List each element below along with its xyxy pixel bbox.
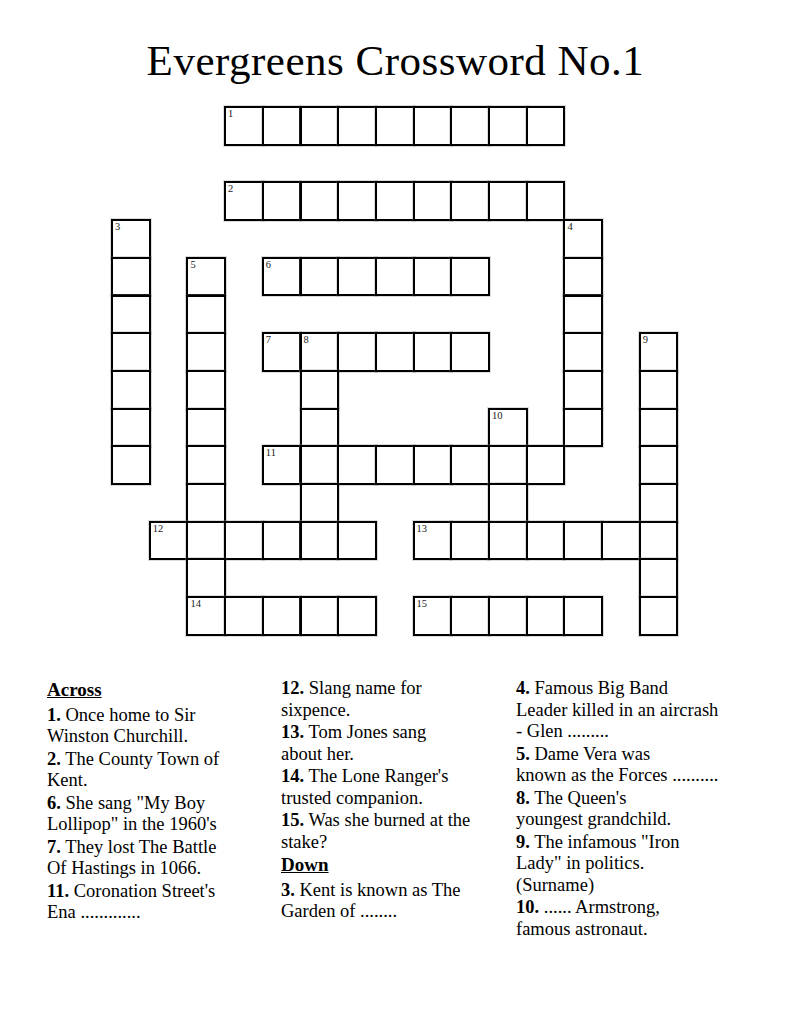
clues-column-3: 4. Famous Big BandLeader killed in an ai… [516,678,778,941]
grid-cell-r11c11[interactable] [526,521,566,561]
grid-cell-r0c9[interactable] [450,106,490,146]
clue-number-label: 1. [47,705,61,725]
grid-cell-r4c8[interactable] [413,257,453,297]
grid-cell-r11c8[interactable]: 13 [413,521,453,561]
grid-cell-r4c2[interactable]: 5 [186,257,226,297]
grid-cell-r2c5[interactable] [300,181,340,221]
grid-cell-r6c7[interactable] [375,332,415,372]
grid-cell-r4c7[interactable] [375,257,415,297]
cell-number-13: 13 [417,523,428,535]
grid-cell-r0c10[interactable] [488,106,528,146]
cell-number-1: 1 [228,108,233,120]
clue-5: 5. Dame Vera wasknown as the Forces ....… [516,744,778,787]
grid-cell-r13c9[interactable] [450,596,490,636]
grid-cell-r2c3[interactable]: 2 [224,181,264,221]
grid-cell-r6c12[interactable] [563,332,603,372]
grid-cell-r12c14[interactable] [639,558,679,598]
grid-cell-r0c4[interactable] [262,106,302,146]
grid-cell-r6c4[interactable]: 7 [262,332,302,372]
grid-cell-r7c12[interactable] [563,370,603,410]
cell-number-9: 9 [643,334,648,346]
grid-cell-r5c12[interactable] [563,295,603,335]
grid-cell-r13c5[interactable] [300,596,340,636]
grid-cell-r13c4[interactable] [262,596,302,636]
grid-cell-r0c11[interactable] [526,106,566,146]
grid-cell-r6c6[interactable] [337,332,377,372]
grid-cell-r8c0[interactable] [111,408,151,448]
clue-2: 2. The County Town ofKent. [47,749,279,792]
grid-cell-r13c12[interactable] [563,596,603,636]
grid-cell-r3c12[interactable]: 4 [563,219,603,259]
clue-11: 11. Coronation Street'sEna ............. [47,881,279,924]
clue-15: 15. Was she burned at thestake? [281,810,515,853]
clue-number-label: 5. [516,744,530,764]
grid-cell-r11c12[interactable] [563,521,603,561]
clue-14: 14. The Lone Ranger'strusted companion. [281,766,515,809]
cell-number-10: 10 [492,410,503,422]
grid-cell-r9c0[interactable] [111,445,151,485]
grid-cell-r8c14[interactable] [639,408,679,448]
grid-cell-r12c2[interactable] [186,558,226,598]
grid-cell-r10c14[interactable] [639,483,679,523]
grid-cell-r6c5[interactable]: 8 [300,332,340,372]
clue-number-label: 3. [281,880,295,900]
grid-cell-r0c8[interactable] [413,106,453,146]
grid-cell-r11c6[interactable] [337,521,377,561]
grid-cell-r10c5[interactable] [300,483,340,523]
grid-cell-r11c10[interactable] [488,521,528,561]
clue-number-label: 7. [47,837,61,857]
clue-6: 6. She sang "My BoyLollipop" in the 1960… [47,793,279,836]
grid-cell-r4c5[interactable] [300,257,340,297]
cell-number-4: 4 [567,221,572,233]
clue-9: 9. The infamous "IronLady" in politics.(… [516,832,778,897]
cell-number-3: 3 [115,221,120,233]
grid-cell-r0c3[interactable]: 1 [224,106,264,146]
grid-cell-r6c8[interactable] [413,332,453,372]
clue-number-label: 8. [516,788,530,808]
grid-cell-r0c7[interactable] [375,106,415,146]
clue-1: 1. Once home to SirWinston Churchill. [47,705,279,748]
grid-cell-r2c10[interactable] [488,181,528,221]
clue-10: 10. ...... Armstrong,famous astronaut. [516,897,778,940]
grid-cell-r10c10[interactable] [488,483,528,523]
grid-cell-r7c0[interactable] [111,370,151,410]
grid-cell-r2c8[interactable] [413,181,453,221]
grid-cell-r7c2[interactable] [186,370,226,410]
grid-cell-r9c8[interactable] [413,445,453,485]
grid-cell-r9c2[interactable] [186,445,226,485]
grid-cell-r9c5[interactable] [300,445,340,485]
grid-cell-r13c14[interactable] [639,596,679,636]
page: { "title": "Evergreens Crossword No.1", … [0,0,791,1024]
grid-cell-r11c14[interactable] [639,521,679,561]
grid-cell-r9c4[interactable]: 11 [262,445,302,485]
grid-cell-r8c10[interactable]: 10 [488,408,528,448]
grid-cell-r3c0[interactable]: 3 [111,219,151,259]
grid-cell-r13c3[interactable] [224,596,264,636]
clue-number-label: 9. [516,832,530,852]
grid-cell-r8c12[interactable] [563,408,603,448]
grid-cell-r5c0[interactable] [111,295,151,335]
grid-cell-r2c7[interactable] [375,181,415,221]
clues-column-2: 12. Slang name forsixpence.13. Tom Jones… [281,678,515,924]
grid-cell-r8c2[interactable] [186,408,226,448]
grid-cell-r10c2[interactable] [186,483,226,523]
clue-number-label: 14. [281,766,304,786]
grid-cell-r4c9[interactable] [450,257,490,297]
grid-cell-r9c10[interactable] [488,445,528,485]
grid-cell-r11c4[interactable] [262,521,302,561]
cell-number-14: 14 [190,598,201,610]
grid-cell-r13c11[interactable] [526,596,566,636]
clue-number-label: 2. [47,749,61,769]
grid-cell-r2c11[interactable] [526,181,566,221]
clue-number-label: 6. [47,793,61,813]
clue-13: 13. Tom Jones sangabout her. [281,722,515,765]
clue-8: 8. The Queen'syoungest grandchild. [516,788,778,831]
clue-number-label: 11. [47,881,69,901]
grid-cell-r4c0[interactable] [111,257,151,297]
grid-cell-r4c4[interactable]: 6 [262,257,302,297]
cell-number-12: 12 [153,523,164,535]
cell-number-6: 6 [266,259,271,271]
clue-4: 4. Famous Big BandLeader killed in an ai… [516,678,778,743]
grid-cell-r6c9[interactable] [450,332,490,372]
clue-12: 12. Slang name forsixpence. [281,678,515,721]
down-header: Down [281,854,515,876]
cell-number-5: 5 [190,259,195,271]
cell-number-11: 11 [266,447,276,459]
grid-cell-r9c14[interactable] [639,445,679,485]
grid-cell-r4c6[interactable] [337,257,377,297]
clue-number-label: 10. [516,897,539,917]
grid-cell-r7c14[interactable] [639,370,679,410]
grid-cell-r4c12[interactable] [563,257,603,297]
grid-cell-r13c2[interactable]: 14 [186,596,226,636]
grid-cell-r6c14[interactable]: 9 [639,332,679,372]
grid-cell-r2c4[interactable] [262,181,302,221]
grid-cell-r6c0[interactable] [111,332,151,372]
clue-number-label: 13. [281,722,304,742]
clue-number-label: 4. [516,678,530,698]
grid-cell-r11c3[interactable] [224,521,264,561]
grid-cell-r9c6[interactable] [337,445,377,485]
grid-cell-r0c5[interactable] [300,106,340,146]
grid-cell-r7c5[interactable] [300,370,340,410]
clue-3: 3. Kent is known as TheGarden of .......… [281,880,515,923]
clue-number-label: 15. [281,810,304,830]
cell-number-8: 8 [304,334,309,346]
across-header: Across [47,679,279,701]
grid-cell-r11c9[interactable] [450,521,490,561]
crossword-grid: 123456789101112131415 [0,0,791,660]
grid-cell-r11c13[interactable] [601,521,641,561]
clue-number-label: 12. [281,678,304,698]
grid-cell-r2c6[interactable] [337,181,377,221]
grid-cell-r13c10[interactable] [488,596,528,636]
grid-cell-r0c6[interactable] [337,106,377,146]
grid-cell-r6c2[interactable] [186,332,226,372]
grid-cell-r13c6[interactable] [337,596,377,636]
cell-number-2: 2 [228,183,233,195]
grid-cell-r9c9[interactable] [450,445,490,485]
cell-number-15: 15 [417,598,428,610]
grid-cell-r9c7[interactable] [375,445,415,485]
grid-cell-r13c8[interactable]: 15 [413,596,453,636]
clues-column-1: Across1. Once home to SirWinston Churchi… [47,678,279,925]
clue-7: 7. They lost The BattleOf Hastings in 10… [47,837,279,880]
grid-cell-r5c2[interactable] [186,295,226,335]
grid-cell-r9c11[interactable] [526,445,566,485]
cell-number-7: 7 [266,334,271,346]
grid-cell-r8c5[interactable] [300,408,340,448]
grid-cell-r2c9[interactable] [450,181,490,221]
grid-cell-r11c2[interactable] [186,521,226,561]
grid-cell-r11c5[interactable] [300,521,340,561]
grid-cell-r11c1[interactable]: 12 [149,521,189,561]
